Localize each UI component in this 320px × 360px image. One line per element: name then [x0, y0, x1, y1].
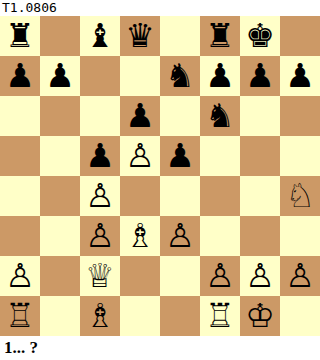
piece-black-pawn: ♟ [85, 139, 115, 172]
square-e1[interactable] [160, 296, 200, 336]
piece-white-king: ♔ [245, 299, 275, 332]
square-d6[interactable]: ♟ [120, 96, 160, 136]
square-h2[interactable]: ♙ [280, 256, 320, 296]
square-f7[interactable]: ♟ [200, 56, 240, 96]
piece-black-knight: ♞ [165, 59, 195, 92]
square-d4[interactable] [120, 176, 160, 216]
square-a2[interactable]: ♙ [0, 256, 40, 296]
square-b7[interactable]: ♟ [40, 56, 80, 96]
piece-black-knight: ♞ [205, 99, 235, 132]
square-a7[interactable]: ♟ [0, 56, 40, 96]
square-e8[interactable] [160, 16, 200, 56]
square-c2[interactable]: ♕ [80, 256, 120, 296]
piece-white-rook: ♖ [205, 299, 235, 332]
square-f4[interactable] [200, 176, 240, 216]
square-c8[interactable]: ♝ [80, 16, 120, 56]
square-f5[interactable] [200, 136, 240, 176]
square-d1[interactable] [120, 296, 160, 336]
piece-white-pawn: ♙ [85, 179, 115, 212]
piece-white-bishop: ♗ [125, 219, 155, 252]
square-h3[interactable] [280, 216, 320, 256]
square-b1[interactable] [40, 296, 80, 336]
piece-white-rook: ♖ [5, 299, 35, 332]
piece-black-pawn: ♟ [45, 59, 75, 92]
square-e7[interactable]: ♞ [160, 56, 200, 96]
piece-black-pawn: ♟ [5, 59, 35, 92]
square-e3[interactable]: ♙ [160, 216, 200, 256]
square-b8[interactable] [40, 16, 80, 56]
square-a4[interactable] [0, 176, 40, 216]
square-h4[interactable]: ♘ [280, 176, 320, 216]
piece-white-pawn: ♙ [125, 139, 155, 172]
square-f3[interactable] [200, 216, 240, 256]
piece-black-pawn: ♟ [125, 99, 155, 132]
square-b2[interactable] [40, 256, 80, 296]
piece-white-knight: ♘ [285, 179, 315, 212]
piece-black-rook: ♜ [205, 19, 235, 52]
piece-black-rook: ♜ [5, 19, 35, 52]
piece-black-pawn: ♟ [245, 59, 275, 92]
square-a6[interactable] [0, 96, 40, 136]
puzzle-id: T1.0806 [0, 0, 57, 16]
square-g2[interactable]: ♙ [240, 256, 280, 296]
square-c7[interactable] [80, 56, 120, 96]
square-h1[interactable] [280, 296, 320, 336]
piece-white-pawn: ♙ [285, 259, 315, 292]
square-c4[interactable]: ♙ [80, 176, 120, 216]
square-g6[interactable] [240, 96, 280, 136]
piece-black-pawn: ♟ [205, 59, 235, 92]
square-d8[interactable]: ♛ [120, 16, 160, 56]
square-g7[interactable]: ♟ [240, 56, 280, 96]
square-f6[interactable]: ♞ [200, 96, 240, 136]
move-prompt: 1... ? [0, 336, 38, 360]
piece-white-pawn: ♙ [205, 259, 235, 292]
piece-white-pawn: ♙ [5, 259, 35, 292]
square-a1[interactable]: ♖ [0, 296, 40, 336]
piece-black-bishop: ♝ [85, 19, 115, 52]
square-f8[interactable]: ♜ [200, 16, 240, 56]
piece-black-queen: ♛ [125, 19, 155, 52]
square-c6[interactable] [80, 96, 120, 136]
puzzle-header: T1.0806 [0, 0, 320, 16]
square-g3[interactable] [240, 216, 280, 256]
square-c1[interactable]: ♗ [80, 296, 120, 336]
square-c5[interactable]: ♟ [80, 136, 120, 176]
square-g1[interactable]: ♔ [240, 296, 280, 336]
square-g5[interactable] [240, 136, 280, 176]
square-e2[interactable] [160, 256, 200, 296]
piece-white-queen: ♕ [85, 259, 115, 292]
piece-black-pawn: ♟ [285, 59, 315, 92]
chess-puzzle-diagram: T1.0806 ♜♝♛♜♚♟♟♞♟♟♟♟♞♟♙♟♙♘♙♗♙♙♕♙♙♙♖♗♖♔ 1… [0, 0, 320, 360]
square-d3[interactable]: ♗ [120, 216, 160, 256]
square-b5[interactable] [40, 136, 80, 176]
square-b6[interactable] [40, 96, 80, 136]
piece-white-bishop: ♗ [85, 299, 115, 332]
move-prompt-bar: 1... ? [0, 336, 320, 360]
square-g8[interactable]: ♚ [240, 16, 280, 56]
square-h8[interactable] [280, 16, 320, 56]
square-h6[interactable] [280, 96, 320, 136]
square-e6[interactable] [160, 96, 200, 136]
piece-white-pawn: ♙ [85, 219, 115, 252]
square-g4[interactable] [240, 176, 280, 216]
square-b4[interactable] [40, 176, 80, 216]
square-h5[interactable] [280, 136, 320, 176]
square-f2[interactable]: ♙ [200, 256, 240, 296]
square-d5[interactable]: ♙ [120, 136, 160, 176]
square-c3[interactable]: ♙ [80, 216, 120, 256]
square-a8[interactable]: ♜ [0, 16, 40, 56]
piece-white-pawn: ♙ [245, 259, 275, 292]
square-a5[interactable] [0, 136, 40, 176]
square-d7[interactable] [120, 56, 160, 96]
piece-black-pawn: ♟ [165, 139, 195, 172]
square-e4[interactable] [160, 176, 200, 216]
square-f1[interactable]: ♖ [200, 296, 240, 336]
chess-board: ♜♝♛♜♚♟♟♞♟♟♟♟♞♟♙♟♙♘♙♗♙♙♕♙♙♙♖♗♖♔ [0, 16, 320, 336]
piece-white-pawn: ♙ [165, 219, 195, 252]
square-d2[interactable] [120, 256, 160, 296]
square-a3[interactable] [0, 216, 40, 256]
piece-black-king: ♚ [245, 19, 275, 52]
square-e5[interactable]: ♟ [160, 136, 200, 176]
square-b3[interactable] [40, 216, 80, 256]
square-h7[interactable]: ♟ [280, 56, 320, 96]
